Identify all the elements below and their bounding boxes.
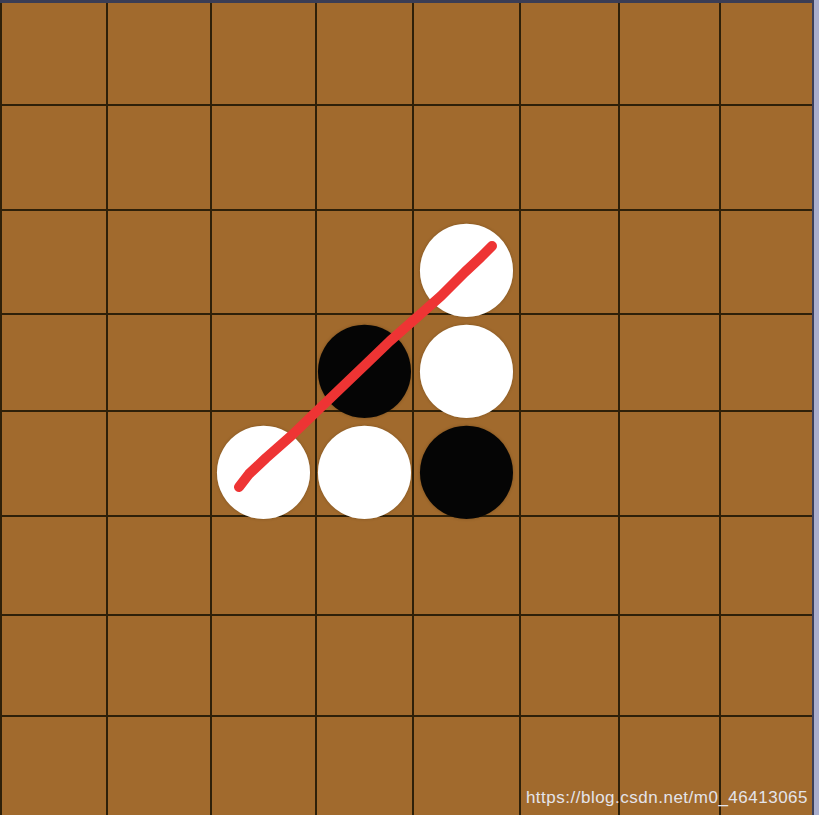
othello-board-screenshot: ●●●●●● https://blog.csdn.net/m0_46413065 xyxy=(0,0,819,815)
cell-0-6[interactable] xyxy=(620,3,721,106)
cell-4-1[interactable] xyxy=(108,412,212,517)
cell-1-3[interactable] xyxy=(317,106,414,211)
cell-6-7[interactable] xyxy=(721,616,814,717)
othello-board: ●●●●●● xyxy=(0,3,812,815)
cell-3-1[interactable] xyxy=(108,315,212,412)
cell-3-0[interactable] xyxy=(2,315,108,412)
cell-7-0[interactable] xyxy=(2,717,108,815)
stone-black: ● xyxy=(413,401,519,523)
cell-5-7[interactable] xyxy=(721,517,814,616)
cell-0-4[interactable] xyxy=(414,3,521,106)
cell-0-7[interactable] xyxy=(721,3,814,106)
cell-4-5[interactable] xyxy=(521,412,620,517)
cell-2-2[interactable] xyxy=(212,211,317,315)
cell-5-1[interactable] xyxy=(108,517,212,616)
cell-4-4[interactable]: ● xyxy=(414,412,521,517)
cell-6-2[interactable] xyxy=(212,616,317,717)
cell-0-0[interactable] xyxy=(2,3,108,106)
cell-3-7[interactable] xyxy=(721,315,814,412)
cell-7-2[interactable] xyxy=(212,717,317,815)
cell-6-0[interactable] xyxy=(2,616,108,717)
right-edge-strip xyxy=(812,0,819,815)
cell-5-5[interactable] xyxy=(521,517,620,616)
top-edge-strip xyxy=(0,0,819,3)
cell-3-6[interactable] xyxy=(620,315,721,412)
cell-6-3[interactable] xyxy=(317,616,414,717)
cell-2-0[interactable] xyxy=(2,211,108,315)
cell-3-5[interactable] xyxy=(521,315,620,412)
cell-6-4[interactable] xyxy=(414,616,521,717)
cell-2-7[interactable] xyxy=(721,211,814,315)
cell-6-6[interactable] xyxy=(620,616,721,717)
cell-4-2[interactable]: ● xyxy=(212,412,317,517)
cell-0-2[interactable] xyxy=(212,3,317,106)
cell-1-1[interactable] xyxy=(108,106,212,211)
cell-1-7[interactable] xyxy=(721,106,814,211)
cell-1-2[interactable] xyxy=(212,106,317,211)
cell-0-3[interactable] xyxy=(317,3,414,106)
cell-2-1[interactable] xyxy=(108,211,212,315)
watermark-url: https://blog.csdn.net/m0_46413065 xyxy=(526,788,808,808)
cell-0-5[interactable] xyxy=(521,3,620,106)
cell-0-1[interactable] xyxy=(108,3,212,106)
cell-1-6[interactable] xyxy=(620,106,721,211)
stone-white: ● xyxy=(311,401,417,523)
cell-4-0[interactable] xyxy=(2,412,108,517)
stone-white: ● xyxy=(210,401,316,523)
cell-7-4[interactable] xyxy=(414,717,521,815)
cell-1-0[interactable] xyxy=(2,106,108,211)
cell-4-3[interactable]: ● xyxy=(317,412,414,517)
cell-1-5[interactable] xyxy=(521,106,620,211)
cell-7-1[interactable] xyxy=(108,717,212,815)
cell-5-6[interactable] xyxy=(620,517,721,616)
cell-2-6[interactable] xyxy=(620,211,721,315)
cell-2-5[interactable] xyxy=(521,211,620,315)
cell-4-6[interactable] xyxy=(620,412,721,517)
cell-5-0[interactable] xyxy=(2,517,108,616)
cell-6-1[interactable] xyxy=(108,616,212,717)
cell-4-7[interactable] xyxy=(721,412,814,517)
cell-7-3[interactable] xyxy=(317,717,414,815)
cell-6-5[interactable] xyxy=(521,616,620,717)
